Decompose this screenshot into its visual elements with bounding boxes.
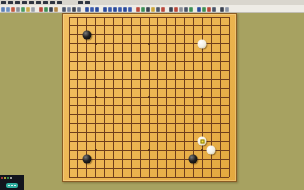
toolbar-icon-9-1[interactable] bbox=[220, 7, 224, 12]
star-point bbox=[95, 96, 97, 98]
star-point bbox=[201, 96, 203, 98]
toolbar-group-3 bbox=[62, 7, 81, 12]
toolbar-icon-5-2[interactable] bbox=[108, 7, 112, 12]
toolbar-icon-7-4[interactable] bbox=[184, 7, 188, 12]
toolbar-group-7 bbox=[169, 7, 193, 12]
star-point bbox=[95, 149, 97, 151]
toolbar-group-5 bbox=[103, 7, 132, 12]
menu-item-10[interactable] bbox=[78, 1, 83, 4]
star-point bbox=[95, 43, 97, 45]
stone-white-R4 bbox=[207, 146, 216, 155]
toolbar-icon-6-3[interactable] bbox=[146, 7, 150, 12]
star-point bbox=[148, 149, 150, 151]
toolbar-icon-8-2[interactable] bbox=[202, 7, 206, 12]
toolbar-icon-2-4[interactable] bbox=[54, 7, 58, 12]
toolbar-icon-1-6[interactable] bbox=[26, 7, 30, 12]
toolbar-icon-9-2[interactable] bbox=[225, 7, 229, 12]
star-point bbox=[148, 96, 150, 98]
overlay-dot-4 bbox=[10, 177, 12, 179]
grid-line-h bbox=[69, 159, 229, 160]
grid-line-v bbox=[166, 17, 167, 177]
last-move-marker bbox=[200, 139, 204, 143]
toolbar-icon-8-4[interactable] bbox=[212, 7, 216, 12]
toolbar-icon-2-3[interactable] bbox=[49, 7, 53, 12]
grid-line-h bbox=[69, 105, 229, 106]
stone-white-Q5 bbox=[198, 137, 207, 146]
toolbar-group-6 bbox=[136, 7, 165, 12]
toolbar-icon-2-1[interactable] bbox=[39, 7, 43, 12]
toolbar-icon-4-1[interactable] bbox=[85, 7, 89, 12]
toolbar-icon-3-2[interactable] bbox=[67, 7, 71, 12]
menu-item-5[interactable] bbox=[29, 1, 34, 4]
toolbar-icon-7-2[interactable] bbox=[174, 7, 178, 12]
toolbar-icon-6-1[interactable] bbox=[136, 7, 140, 12]
toolbar-group-4 bbox=[85, 7, 99, 12]
video-overlay-badge bbox=[0, 175, 24, 190]
grid-line-v bbox=[229, 17, 230, 177]
top-bar bbox=[0, 0, 304, 13]
grid-line-v bbox=[157, 17, 158, 177]
toolbar-group-1 bbox=[1, 7, 35, 12]
grid-line-h bbox=[69, 132, 229, 133]
toolbar-icon-5-5[interactable] bbox=[123, 7, 127, 12]
board-grid[interactable] bbox=[69, 17, 229, 177]
grid-line-h bbox=[69, 177, 229, 178]
overlay-dot-1 bbox=[1, 177, 3, 179]
menu-item-3[interactable] bbox=[15, 1, 20, 4]
menu-item-4[interactable] bbox=[22, 1, 27, 4]
toolbar-icon-3-4[interactable] bbox=[77, 7, 81, 12]
toolbar-icon-1-5[interactable] bbox=[21, 7, 25, 12]
toolbar-icon-1-3[interactable] bbox=[11, 7, 15, 12]
toolbar-icon-8-3[interactable] bbox=[207, 7, 211, 12]
toolbar-icon-1-7[interactable] bbox=[31, 7, 35, 12]
toolbar-icon-7-1[interactable] bbox=[169, 7, 173, 12]
toolbar-icon-5-6[interactable] bbox=[128, 7, 132, 12]
menu-item-9[interactable] bbox=[57, 1, 62, 4]
toolbar-icon-6-4[interactable] bbox=[151, 7, 155, 12]
star-point bbox=[201, 149, 203, 151]
toolbar-icon-5-3[interactable] bbox=[113, 7, 117, 12]
go-board bbox=[62, 13, 237, 182]
menu-item-6[interactable] bbox=[36, 1, 41, 4]
toolbar-icon-5-4[interactable] bbox=[118, 7, 122, 12]
stone-white-Q16 bbox=[198, 39, 207, 48]
menu-bar bbox=[0, 0, 304, 5]
toolbar bbox=[1, 6, 233, 12]
overlay-button[interactable] bbox=[6, 183, 18, 188]
toolbar-icon-4-3[interactable] bbox=[95, 7, 99, 12]
overlay-dot-2 bbox=[4, 177, 6, 179]
toolbar-icon-5-1[interactable] bbox=[103, 7, 107, 12]
grid-line-v bbox=[193, 17, 194, 177]
toolbar-icon-1-4[interactable] bbox=[16, 7, 20, 12]
toolbar-icon-6-2[interactable] bbox=[141, 7, 145, 12]
menu-item-2[interactable] bbox=[8, 1, 13, 4]
toolbar-icon-7-3[interactable] bbox=[179, 7, 183, 12]
toolbar-icon-6-6[interactable] bbox=[161, 7, 165, 12]
menu-item-7[interactable] bbox=[43, 1, 48, 4]
toolbar-group-2 bbox=[39, 7, 58, 12]
stone-black-C17 bbox=[82, 30, 91, 39]
grid-line-v bbox=[220, 17, 221, 177]
toolbar-icon-1-1[interactable] bbox=[1, 7, 5, 12]
toolbar-icon-3-3[interactable] bbox=[72, 7, 76, 12]
grid-line-v bbox=[184, 17, 185, 177]
toolbar-icon-1-2[interactable] bbox=[6, 7, 10, 12]
overlay-dot-3 bbox=[7, 177, 9, 179]
toolbar-icon-3-1[interactable] bbox=[62, 7, 66, 12]
toolbar-icon-2-2[interactable] bbox=[44, 7, 48, 12]
toolbar-icon-8-1[interactable] bbox=[197, 7, 201, 12]
grid-line-h bbox=[69, 123, 229, 124]
grid-line-v bbox=[175, 17, 176, 177]
menu-item-8[interactable] bbox=[50, 1, 55, 4]
toolbar-group-8 bbox=[197, 7, 216, 12]
toolbar-icon-6-5[interactable] bbox=[156, 7, 160, 12]
menu-item-1[interactable] bbox=[1, 1, 6, 4]
grid-line-h bbox=[69, 114, 229, 115]
menu-item-11[interactable] bbox=[85, 1, 90, 4]
star-point bbox=[148, 43, 150, 45]
stone-black-C3 bbox=[82, 155, 91, 164]
grid-line-h bbox=[69, 168, 229, 169]
toolbar-group-9 bbox=[220, 7, 229, 12]
stone-black-P3 bbox=[189, 155, 198, 164]
toolbar-icon-7-5[interactable] bbox=[189, 7, 193, 12]
toolbar-icon-4-2[interactable] bbox=[90, 7, 94, 12]
